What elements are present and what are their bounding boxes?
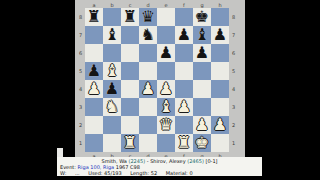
- players-line: Smith, Wa (2245) - Shirov, Alexey (2465)…: [57, 157, 262, 164]
- square-h3[interactable]: [211, 98, 229, 116]
- square-g5[interactable]: [193, 62, 211, 80]
- white-bishop[interactable]: ♝: [159, 98, 173, 116]
- players-separator: -: [147, 158, 149, 164]
- square-f5[interactable]: [175, 62, 193, 80]
- rank-label-1: 1: [79, 134, 82, 152]
- square-h6[interactable]: [211, 44, 229, 62]
- square-d3[interactable]: [139, 98, 157, 116]
- white-queen[interactable]: ♛: [159, 116, 173, 134]
- rank-label-4: 4: [79, 80, 82, 98]
- square-b4[interactable]: ♟: [103, 80, 121, 98]
- black-knight[interactable]: ♞: [141, 26, 155, 44]
- square-b3[interactable]: ♞: [103, 98, 121, 116]
- black-rook[interactable]: ♜: [87, 8, 101, 26]
- square-f4[interactable]: [175, 80, 193, 98]
- square-h5[interactable]: [211, 62, 229, 80]
- rank-label-2: 2: [79, 116, 82, 134]
- black-pawn[interactable]: ♟: [105, 80, 119, 98]
- square-a8[interactable]: ♜: [85, 8, 103, 26]
- chess-board: ♜♜♛♚♝♞♟♝♟♟♟♟♝♟♟♟♟♞♝♟♛♟♟♜♜♚: [85, 8, 229, 152]
- rank-label-2: 2: [232, 116, 235, 134]
- white-king[interactable]: ♚: [195, 134, 209, 152]
- square-f6[interactable]: [175, 44, 193, 62]
- square-f1[interactable]: ♜: [175, 134, 193, 152]
- square-e8[interactable]: [157, 8, 175, 26]
- rank-label-4: 4: [232, 80, 235, 98]
- square-h7[interactable]: ♟: [211, 26, 229, 44]
- square-h1[interactable]: [211, 134, 229, 152]
- white-pawn[interactable]: ♟: [213, 116, 227, 134]
- white-pawn[interactable]: ♟: [195, 116, 209, 134]
- game-info-panel: Smith, Wa (2245) - Shirov, Alexey (2465)…: [57, 157, 262, 176]
- video-frame: abcdefgh abcdefgh 87654321 87654321 ♜♜♛♚…: [0, 0, 320, 180]
- square-b7[interactable]: ♝: [103, 26, 121, 44]
- black-pawn[interactable]: ♟: [87, 62, 101, 80]
- rank-label-6: 6: [79, 44, 82, 62]
- square-a2[interactable]: [85, 116, 103, 134]
- board-panel: abcdefgh abcdefgh 87654321 87654321 ♜♜♛♚…: [75, 0, 245, 157]
- square-a1[interactable]: [85, 134, 103, 152]
- white-knight[interactable]: ♞: [105, 98, 119, 116]
- square-e6[interactable]: ♟: [157, 44, 175, 62]
- black-pawn[interactable]: ♟: [213, 26, 227, 44]
- square-d2[interactable]: [139, 116, 157, 134]
- square-c5[interactable]: [121, 62, 139, 80]
- black-bishop[interactable]: ♝: [105, 26, 119, 44]
- square-g2[interactable]: ♟: [193, 116, 211, 134]
- used-label: Used:: [88, 170, 102, 176]
- game-result: [0-1]: [205, 158, 217, 164]
- square-d4[interactable]: ♟: [139, 80, 157, 98]
- square-c7[interactable]: [121, 26, 139, 44]
- square-f8[interactable]: [175, 8, 193, 26]
- rank-label-8: 8: [79, 8, 82, 26]
- rank-label-3: 3: [232, 98, 235, 116]
- square-e3[interactable]: ♝: [157, 98, 175, 116]
- black-king[interactable]: ♚: [195, 8, 209, 26]
- material-value: 0: [189, 170, 192, 176]
- square-f3[interactable]: ♟: [175, 98, 193, 116]
- side-value: ...: [75, 170, 80, 176]
- stats-line: W: ... Used: 45/193 Length: 52 Material:…: [57, 170, 262, 176]
- square-a3[interactable]: [85, 98, 103, 116]
- rank-label-8: 8: [232, 8, 235, 26]
- square-g4[interactable]: [193, 80, 211, 98]
- rank-labels-right: 87654321: [232, 8, 235, 152]
- square-a6[interactable]: [85, 44, 103, 62]
- square-c3[interactable]: [121, 98, 139, 116]
- square-b1[interactable]: [103, 134, 121, 152]
- used-value: 45/193: [104, 170, 122, 176]
- rank-label-5: 5: [79, 62, 82, 80]
- square-c1[interactable]: ♜: [121, 134, 139, 152]
- square-e1[interactable]: [157, 134, 175, 152]
- white-rook[interactable]: ♜: [123, 134, 137, 152]
- square-g1[interactable]: ♚: [193, 134, 211, 152]
- square-d7[interactable]: ♞: [139, 26, 157, 44]
- window-edge-fragment: [57, 148, 63, 157]
- rank-label-7: 7: [79, 26, 82, 44]
- rank-label-5: 5: [232, 62, 235, 80]
- black-rook[interactable]: ♜: [123, 8, 137, 26]
- square-c2[interactable]: [121, 116, 139, 134]
- rank-label-7: 7: [232, 26, 235, 44]
- rank-label-3: 3: [79, 98, 82, 116]
- square-f2[interactable]: [175, 116, 193, 134]
- square-c8[interactable]: ♜: [121, 8, 139, 26]
- square-g7[interactable]: ♝: [193, 26, 211, 44]
- white-rook[interactable]: ♜: [177, 134, 191, 152]
- square-c6[interactable]: [121, 44, 139, 62]
- square-a4[interactable]: ♟: [85, 80, 103, 98]
- white-pawn[interactable]: ♟: [141, 80, 155, 98]
- black-pawn[interactable]: ♟: [177, 26, 191, 44]
- square-d5[interactable]: [139, 62, 157, 80]
- square-d1[interactable]: [139, 134, 157, 152]
- black-player-rating: (2465): [187, 158, 204, 164]
- white-pawn[interactable]: ♟: [159, 80, 173, 98]
- black-pawn[interactable]: ♟: [159, 44, 173, 62]
- square-b6[interactable]: [103, 44, 121, 62]
- square-h2[interactable]: ♟: [211, 116, 229, 134]
- black-bishop[interactable]: ♝: [195, 26, 209, 44]
- square-f7[interactable]: ♟: [175, 26, 193, 44]
- square-b8[interactable]: [103, 8, 121, 26]
- square-a5[interactable]: ♟: [85, 62, 103, 80]
- length-value: 52: [151, 170, 157, 176]
- square-c4[interactable]: [121, 80, 139, 98]
- square-g8[interactable]: ♚: [193, 8, 211, 26]
- square-e5[interactable]: [157, 62, 175, 80]
- rank-label-1: 1: [232, 134, 235, 152]
- white-bishop[interactable]: ♝: [105, 62, 119, 80]
- material-label: Material:: [166, 170, 188, 176]
- square-e7[interactable]: [157, 26, 175, 44]
- square-e2[interactable]: ♛: [157, 116, 175, 134]
- white-pawn[interactable]: ♟: [177, 98, 191, 116]
- square-h4[interactable]: [211, 80, 229, 98]
- rank-label-6: 6: [232, 44, 235, 62]
- side-label: W:: [60, 170, 66, 176]
- black-pawn[interactable]: ♟: [195, 44, 209, 62]
- square-g3[interactable]: [193, 98, 211, 116]
- square-h8[interactable]: [211, 8, 229, 26]
- black-queen[interactable]: ♛: [141, 8, 155, 26]
- square-g6[interactable]: ♟: [193, 44, 211, 62]
- square-a7[interactable]: [85, 26, 103, 44]
- rank-labels-left: 87654321: [79, 8, 82, 152]
- square-b2[interactable]: [103, 116, 121, 134]
- square-b5[interactable]: ♝: [103, 62, 121, 80]
- length-label: Length:: [130, 170, 149, 176]
- square-d8[interactable]: ♛: [139, 8, 157, 26]
- white-pawn[interactable]: ♟: [87, 80, 101, 98]
- square-d6[interactable]: [139, 44, 157, 62]
- black-player-name: Shirov, Alexey: [150, 158, 186, 164]
- square-e4[interactable]: ♟: [157, 80, 175, 98]
